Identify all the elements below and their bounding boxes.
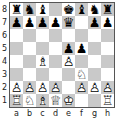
- square-e7[interactable]: ♛: [62, 16, 75, 29]
- square-g6[interactable]: [88, 29, 101, 42]
- rank-label-4: 4: [0, 55, 9, 68]
- chess-diagram: 87654321 ♜♞♝♚♝♞♜♟♟♟♟♛♟♟♟♟♝♗♟♙♞♘♟♙♟♙♟♙♟♙♟…: [0, 0, 120, 120]
- piece-black-pawn[interactable]: ♟: [10, 16, 23, 29]
- piece-black-pawn[interactable]: ♟: [88, 16, 101, 29]
- square-c6[interactable]: [36, 29, 49, 42]
- white-piece-outline-glyph: ♙: [75, 81, 88, 94]
- square-d1[interactable]: ♛♕: [49, 94, 62, 107]
- white-piece-outline-glyph: ♕: [49, 94, 62, 107]
- file-label-g: g: [88, 108, 101, 120]
- square-f2[interactable]: ♟♙: [75, 81, 88, 94]
- square-h6[interactable]: [101, 29, 114, 42]
- piece-black-pawn[interactable]: ♟: [75, 42, 88, 55]
- file-label-a: a: [10, 108, 23, 120]
- piece-white-rook[interactable]: ♜♖: [101, 94, 114, 107]
- square-g7[interactable]: ♟: [88, 16, 101, 29]
- rank-labels: 87654321: [0, 3, 9, 108]
- piece-white-king[interactable]: ♚♔: [62, 94, 75, 107]
- square-c4[interactable]: ♝♗: [36, 55, 49, 68]
- piece-black-pawn[interactable]: ♟: [49, 16, 62, 29]
- white-piece-outline-glyph: ♙: [88, 81, 101, 94]
- square-d7[interactable]: ♟: [49, 16, 62, 29]
- board-corner-spacer: [0, 108, 9, 120]
- piece-white-rook[interactable]: ♜♖: [10, 94, 23, 107]
- piece-black-pawn[interactable]: ♟: [36, 16, 49, 29]
- square-d5[interactable]: [49, 42, 62, 55]
- rank-label-1: 1: [0, 94, 9, 107]
- white-piece-outline-glyph: ♗: [36, 55, 49, 68]
- square-a4[interactable]: [10, 55, 23, 68]
- square-h4[interactable]: [101, 55, 114, 68]
- square-a5[interactable]: [10, 42, 23, 55]
- square-h7[interactable]: ♟: [101, 16, 114, 29]
- square-b1[interactable]: ♞♘: [23, 94, 36, 107]
- square-c1[interactable]: ♝♗: [36, 94, 49, 107]
- square-e1[interactable]: ♚♔: [62, 94, 75, 107]
- square-d6[interactable]: [49, 29, 62, 42]
- white-piece-outline-glyph: ♖: [101, 94, 114, 107]
- rank-label-7: 7: [0, 16, 9, 29]
- white-piece-outline-glyph: ♘: [23, 94, 36, 107]
- square-b4[interactable]: [23, 55, 36, 68]
- file-labels: abcdefgh: [10, 108, 115, 120]
- square-g4[interactable]: [88, 55, 101, 68]
- rank-label-8: 8: [0, 3, 9, 16]
- square-h5[interactable]: [101, 42, 114, 55]
- file-label-d: d: [49, 108, 62, 120]
- file-label-b: b: [23, 108, 36, 120]
- square-b7[interactable]: ♟: [23, 16, 36, 29]
- square-g2[interactable]: ♟♙: [88, 81, 101, 94]
- piece-black-queen[interactable]: ♛: [62, 16, 75, 29]
- square-b6[interactable]: [23, 29, 36, 42]
- white-piece-outline-glyph: ♗: [36, 94, 49, 107]
- square-b5[interactable]: [23, 42, 36, 55]
- square-e4[interactable]: ♟♙: [62, 55, 75, 68]
- white-piece-outline-glyph: ♔: [62, 94, 75, 107]
- piece-white-knight[interactable]: ♞♘: [23, 94, 36, 107]
- square-f1[interactable]: [75, 94, 88, 107]
- square-h1[interactable]: ♜♖: [101, 94, 114, 107]
- piece-black-pawn[interactable]: ♟: [101, 16, 114, 29]
- square-d4[interactable]: [49, 55, 62, 68]
- rank-label-6: 6: [0, 29, 9, 42]
- square-a7[interactable]: ♟: [10, 16, 23, 29]
- piece-black-bishop[interactable]: ♝: [75, 3, 88, 16]
- square-f5[interactable]: ♟: [75, 42, 88, 55]
- file-label-c: c: [36, 108, 49, 120]
- chess-board: ♜♞♝♚♝♞♜♟♟♟♟♛♟♟♟♟♝♗♟♙♞♘♟♙♟♙♟♙♟♙♟♙♟♙♟♙♜♖♞♘…: [9, 2, 115, 108]
- square-e3[interactable]: [62, 68, 75, 81]
- piece-black-pawn[interactable]: ♟: [23, 16, 36, 29]
- rank-label-5: 5: [0, 42, 9, 55]
- square-g1[interactable]: [88, 94, 101, 107]
- file-label-h: h: [101, 108, 114, 120]
- square-a1[interactable]: ♜♖: [10, 94, 23, 107]
- piece-white-pawn[interactable]: ♟♙: [62, 55, 75, 68]
- file-label-f: f: [75, 108, 88, 120]
- square-c7[interactable]: ♟: [36, 16, 49, 29]
- square-a6[interactable]: [10, 29, 23, 42]
- piece-white-pawn[interactable]: ♟♙: [75, 81, 88, 94]
- piece-white-bishop[interactable]: ♝♗: [36, 55, 49, 68]
- white-piece-outline-glyph: ♖: [10, 94, 23, 107]
- piece-white-pawn[interactable]: ♟♙: [88, 81, 101, 94]
- white-piece-outline-glyph: ♙: [62, 55, 75, 68]
- rank-label-3: 3: [0, 68, 9, 81]
- piece-white-bishop[interactable]: ♝♗: [36, 94, 49, 107]
- rank-label-2: 2: [0, 81, 9, 94]
- piece-white-queen[interactable]: ♛♕: [49, 94, 62, 107]
- square-g5[interactable]: [88, 42, 101, 55]
- file-label-e: e: [62, 108, 75, 120]
- square-f8[interactable]: ♝: [75, 3, 88, 16]
- square-f7[interactable]: [75, 16, 88, 29]
